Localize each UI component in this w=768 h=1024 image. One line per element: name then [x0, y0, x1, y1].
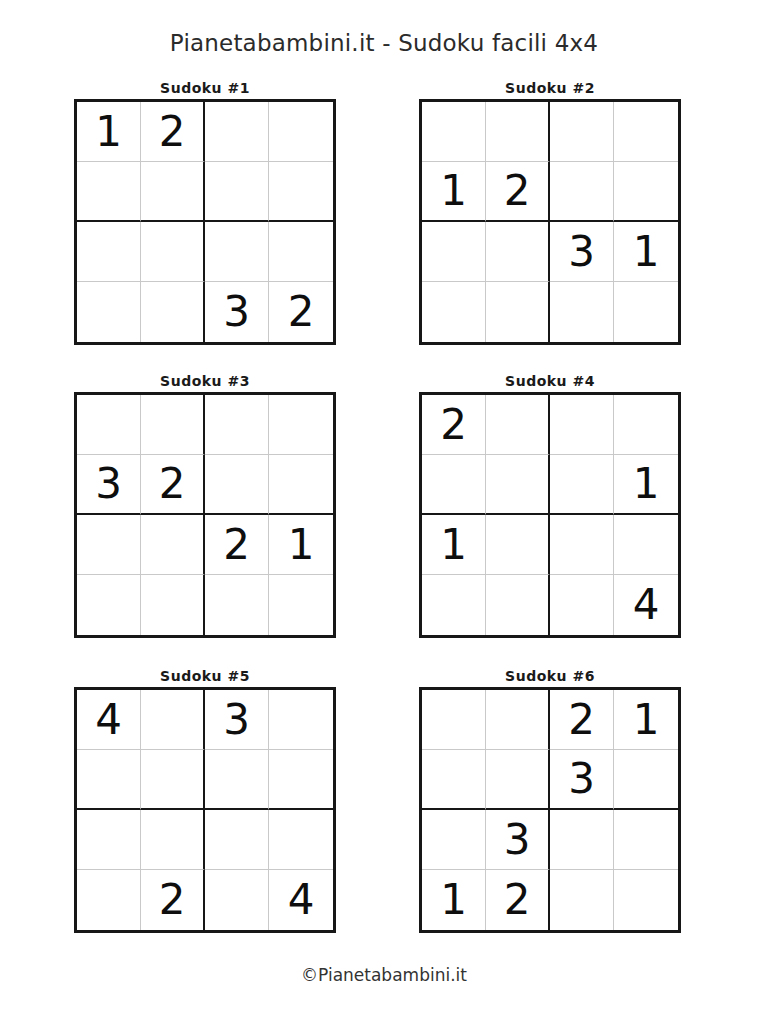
- puzzle-6-cell-r1c1: [422, 690, 486, 750]
- puzzle-3-cell-r3c3: 2: [205, 515, 269, 575]
- puzzle-6-cell-r3c3: [550, 810, 614, 870]
- puzzle-4-board: 2114: [419, 392, 681, 638]
- puzzle-4-cell-r2c3: [550, 455, 614, 515]
- puzzle-1-cell-r2c4: [269, 162, 333, 222]
- puzzle-4-cell-r2c4: 1: [614, 455, 678, 515]
- puzzle-2-title: Sudoku #2: [419, 80, 681, 96]
- puzzle-6-cell-r3c4: [614, 810, 678, 870]
- puzzle-5-cell-r1c3: 3: [205, 690, 269, 750]
- puzzle-5-cell-r4c3: [205, 870, 269, 930]
- puzzle-1-cell-r2c2: [141, 162, 205, 222]
- puzzle-6-cell-r2c3: 3: [550, 750, 614, 810]
- puzzle-1-cell-r2c3: [205, 162, 269, 222]
- puzzle-2-cell-r4c4: [614, 282, 678, 342]
- puzzle-6-cell-r3c2: 3: [486, 810, 550, 870]
- puzzle-2-cell-r1c2: [486, 102, 550, 162]
- puzzle-5-cell-r2c4: [269, 750, 333, 810]
- puzzle-6-title: Sudoku #6: [419, 668, 681, 684]
- puzzle-3-cell-r4c2: [141, 575, 205, 635]
- puzzle-1-cell-r3c4: [269, 222, 333, 282]
- puzzle-3-title: Sudoku #3: [74, 373, 336, 389]
- puzzle-4-cell-r2c2: [486, 455, 550, 515]
- puzzle-3-cell-r4c1: [77, 575, 141, 635]
- puzzle-3-cell-r1c3: [205, 395, 269, 455]
- puzzle-3-cell-r4c3: [205, 575, 269, 635]
- puzzle-4-cell-r1c3: [550, 395, 614, 455]
- puzzle-4-cell-r1c1: 2: [422, 395, 486, 455]
- page-title: Pianetabambini.it - Sudoku facili 4x4: [0, 30, 768, 56]
- puzzle-3-cell-r3c1: [77, 515, 141, 575]
- puzzle-5-cell-r3c4: [269, 810, 333, 870]
- puzzle-3-cell-r2c3: [205, 455, 269, 515]
- puzzle-5-board: 4324: [74, 687, 336, 933]
- puzzle-2-cell-r4c1: [422, 282, 486, 342]
- puzzle-4-cell-r1c4: [614, 395, 678, 455]
- puzzle-6: Sudoku #6 213312: [419, 668, 681, 933]
- puzzle-3-cell-r1c4: [269, 395, 333, 455]
- puzzle-2-cell-r2c3: [550, 162, 614, 222]
- puzzle-2-cell-r1c1: [422, 102, 486, 162]
- puzzle-1-cell-r4c3: 3: [205, 282, 269, 342]
- puzzle-6-cell-r4c2: 2: [486, 870, 550, 930]
- puzzle-6-cell-r2c2: [486, 750, 550, 810]
- puzzle-3-cell-r2c4: [269, 455, 333, 515]
- puzzle-5-cell-r1c2: [141, 690, 205, 750]
- puzzle-5-cell-r4c1: [77, 870, 141, 930]
- puzzle-6-cell-r1c4: 1: [614, 690, 678, 750]
- puzzle-4-cell-r2c1: [422, 455, 486, 515]
- puzzle-1-cell-r1c2: 2: [141, 102, 205, 162]
- puzzle-1-cell-r4c4: 2: [269, 282, 333, 342]
- puzzle-1-cell-r1c1: 1: [77, 102, 141, 162]
- puzzle-5-cell-r1c1: 4: [77, 690, 141, 750]
- puzzle-6-cell-r3c1: [422, 810, 486, 870]
- puzzle-1-cell-r1c3: [205, 102, 269, 162]
- puzzle-1-cell-r2c1: [77, 162, 141, 222]
- puzzle-3-cell-r3c4: 1: [269, 515, 333, 575]
- puzzle-4-cell-r4c4: 4: [614, 575, 678, 635]
- puzzle-5-cell-r3c3: [205, 810, 269, 870]
- puzzle-4-cell-r3c2: [486, 515, 550, 575]
- puzzle-1-title: Sudoku #1: [74, 80, 336, 96]
- puzzle-5-cell-r1c4: [269, 690, 333, 750]
- puzzle-4-cell-r3c3: [550, 515, 614, 575]
- puzzle-6-cell-r1c2: [486, 690, 550, 750]
- puzzle-2-cell-r2c4: [614, 162, 678, 222]
- puzzle-3-cell-r4c4: [269, 575, 333, 635]
- puzzle-4-title: Sudoku #4: [419, 373, 681, 389]
- puzzle-3-cell-r2c1: 3: [77, 455, 141, 515]
- puzzle-5: Sudoku #5 4324: [74, 668, 336, 933]
- puzzle-2-cell-r1c3: [550, 102, 614, 162]
- puzzle-5-cell-r2c2: [141, 750, 205, 810]
- puzzle-4-cell-r3c1: 1: [422, 515, 486, 575]
- puzzle-2-cell-r1c4: [614, 102, 678, 162]
- puzzle-2-cell-r2c2: 2: [486, 162, 550, 222]
- puzzle-1-board: 1232: [74, 99, 336, 345]
- puzzle-6-cell-r4c4: [614, 870, 678, 930]
- puzzle-3-board: 3221: [74, 392, 336, 638]
- puzzle-1-cell-r4c1: [77, 282, 141, 342]
- worksheet-page: Pianetabambini.it - Sudoku facili 4x4 Su…: [0, 0, 768, 1024]
- puzzle-5-cell-r2c3: [205, 750, 269, 810]
- puzzle-3-cell-r1c2: [141, 395, 205, 455]
- puzzle-6-cell-r1c3: 2: [550, 690, 614, 750]
- puzzle-1: Sudoku #1 1232: [74, 80, 336, 345]
- puzzle-2: Sudoku #2 1231: [419, 80, 681, 345]
- puzzle-2-cell-r4c3: [550, 282, 614, 342]
- puzzle-1-cell-r1c4: [269, 102, 333, 162]
- puzzle-6-cell-r2c1: [422, 750, 486, 810]
- puzzle-6-board: 213312: [419, 687, 681, 933]
- puzzle-2-cell-r3c2: [486, 222, 550, 282]
- puzzle-3-cell-r2c2: 2: [141, 455, 205, 515]
- puzzle-5-cell-r3c2: [141, 810, 205, 870]
- puzzle-4-cell-r3c4: [614, 515, 678, 575]
- puzzle-4-cell-r4c3: [550, 575, 614, 635]
- puzzle-6-cell-r4c1: 1: [422, 870, 486, 930]
- puzzle-1-cell-r3c2: [141, 222, 205, 282]
- puzzle-2-board: 1231: [419, 99, 681, 345]
- puzzle-6-cell-r4c3: [550, 870, 614, 930]
- puzzle-5-cell-r2c1: [77, 750, 141, 810]
- footer-copyright: ©Pianetabambini.it: [0, 965, 768, 985]
- puzzle-3-cell-r3c2: [141, 515, 205, 575]
- puzzle-2-cell-r3c1: [422, 222, 486, 282]
- puzzle-3-cell-r1c1: [77, 395, 141, 455]
- puzzle-5-cell-r3c1: [77, 810, 141, 870]
- puzzle-4-cell-r4c2: [486, 575, 550, 635]
- puzzle-1-cell-r3c1: [77, 222, 141, 282]
- puzzle-4-cell-r4c1: [422, 575, 486, 635]
- puzzle-2-cell-r3c4: 1: [614, 222, 678, 282]
- puzzle-2-cell-r2c1: 1: [422, 162, 486, 222]
- puzzle-1-cell-r4c2: [141, 282, 205, 342]
- puzzle-1-cell-r3c3: [205, 222, 269, 282]
- puzzle-5-cell-r4c4: 4: [269, 870, 333, 930]
- puzzle-2-cell-r4c2: [486, 282, 550, 342]
- puzzle-4-cell-r1c2: [486, 395, 550, 455]
- puzzle-5-cell-r4c2: 2: [141, 870, 205, 930]
- puzzle-4: Sudoku #4 2114: [419, 373, 681, 638]
- puzzle-2-cell-r3c3: 3: [550, 222, 614, 282]
- puzzle-3: Sudoku #3 3221: [74, 373, 336, 638]
- puzzle-5-title: Sudoku #5: [74, 668, 336, 684]
- puzzle-6-cell-r2c4: [614, 750, 678, 810]
